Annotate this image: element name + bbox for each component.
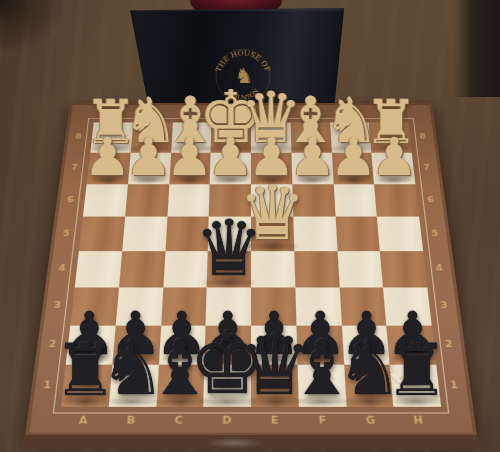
- pieces-layer: ♜♞♝♚♛♝♞♜♟♟♟♟♟♟♟♟♛♛♟♟♟♟♟♟♟♟♜♞♝♚♛♝♞♜: [0, 0, 500, 452]
- piece-bQ-d4[interactable]: ♛: [190, 210, 267, 287]
- piece-bR-h1[interactable]: ♜: [381, 335, 452, 406]
- piece-wP-h7[interactable]: ♟: [368, 131, 421, 184]
